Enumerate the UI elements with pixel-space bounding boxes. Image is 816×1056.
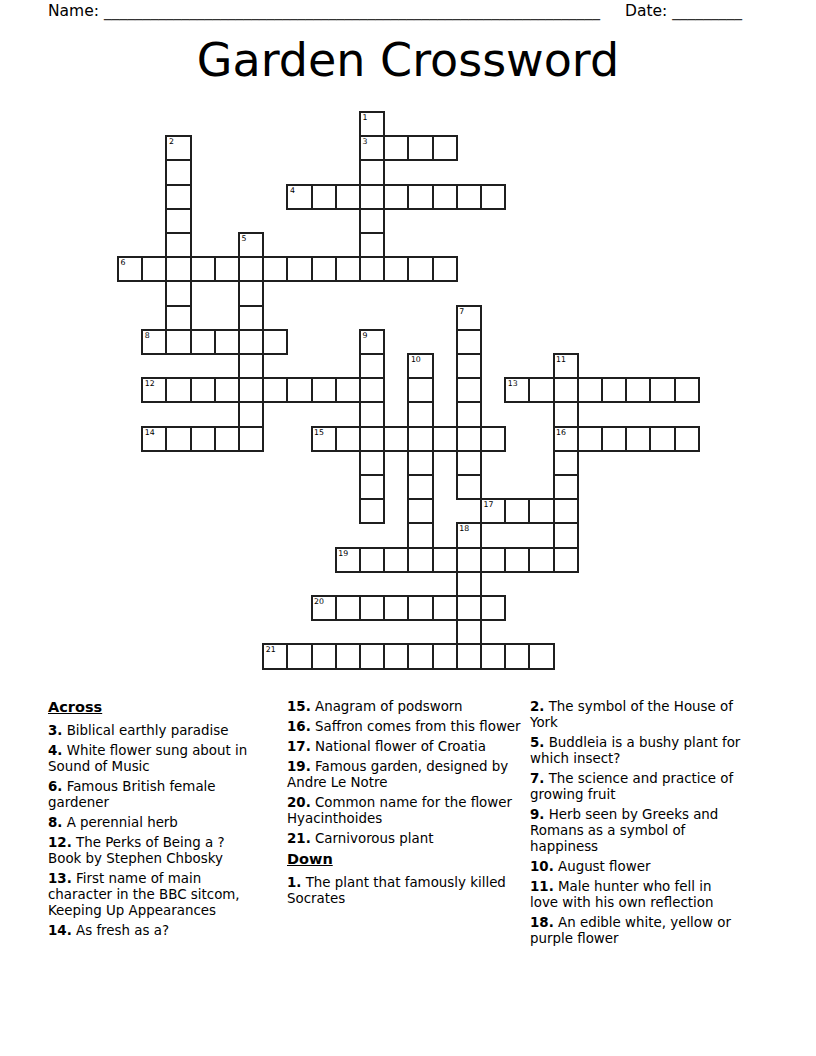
date-field: Date: _________ bbox=[625, 2, 742, 20]
grid-cell-r6c1[interactable] bbox=[141, 256, 167, 282]
grid-cell-r17c12[interactable] bbox=[407, 522, 433, 548]
cell-number: 5 bbox=[242, 234, 247, 243]
grid-cell-r22c15[interactable] bbox=[480, 643, 506, 669]
clue-4: 4. White flower sung about in Sound of M… bbox=[48, 743, 258, 775]
grid-cell-r13c20[interactable] bbox=[601, 426, 627, 452]
clue-number: 13. bbox=[48, 871, 72, 886]
grid-cell-r13c1[interactable]: 14 bbox=[141, 426, 167, 452]
grid-cell-r9c3[interactable] bbox=[190, 329, 216, 355]
clue-10: 10. August flower bbox=[530, 859, 742, 875]
grid-cell-r20c14[interactable] bbox=[456, 595, 482, 621]
clue-column-1: Across3. Biblical earthly paradise4. Whi… bbox=[48, 699, 258, 943]
grid-cell-r16c12[interactable] bbox=[407, 498, 433, 524]
grid-cell-r6c9[interactable] bbox=[335, 256, 361, 282]
grid-cell-r3c11[interactable] bbox=[383, 184, 409, 210]
cell-number: 21 bbox=[266, 645, 276, 654]
cell-number: 10 bbox=[411, 355, 421, 364]
clue-number: 11. bbox=[530, 879, 554, 894]
grid-cell-r6c8[interactable] bbox=[311, 256, 337, 282]
grid-cell-r1c13[interactable] bbox=[432, 135, 458, 161]
grid-cell-r10c14[interactable] bbox=[456, 353, 482, 379]
clue-21: 21. Carnivorous plant bbox=[287, 831, 523, 847]
grid-cell-r1c11[interactable] bbox=[383, 135, 409, 161]
grid-cell-r11c23[interactable] bbox=[674, 377, 700, 403]
cell-number: 17 bbox=[484, 500, 494, 509]
grid-cell-r11c4[interactable] bbox=[214, 377, 240, 403]
cell-number: 12 bbox=[145, 379, 155, 388]
grid-cell-r18c10[interactable] bbox=[359, 547, 385, 573]
clue-number: 2. bbox=[530, 699, 544, 714]
grid-cell-r8c14[interactable]: 7 bbox=[456, 305, 482, 331]
grid-cell-r6c11[interactable] bbox=[383, 256, 409, 282]
clue-14: 14. As fresh as a? bbox=[48, 923, 258, 939]
clue-2: 2. The symbol of the House of York bbox=[530, 699, 742, 731]
grid-cell-r16c17[interactable] bbox=[528, 498, 554, 524]
grid-cell-r12c14[interactable] bbox=[456, 401, 482, 427]
grid-cell-r2c10[interactable] bbox=[359, 159, 385, 185]
name-label: Name: bbox=[48, 2, 99, 20]
grid-cell-r18c11[interactable] bbox=[383, 547, 409, 573]
grid-cell-r16c15[interactable]: 17 bbox=[480, 498, 506, 524]
clue-5: 5. Buddleia is a bushy plant for which i… bbox=[530, 735, 742, 767]
clue-number: 9. bbox=[530, 807, 544, 822]
name-field: Name: __________________________________… bbox=[48, 2, 600, 20]
grid-cell-r22c13[interactable] bbox=[432, 643, 458, 669]
cell-number: 4 bbox=[290, 186, 295, 195]
clue-15: 15. Anagram of podsworn bbox=[287, 699, 523, 715]
grid-cell-r5c2[interactable] bbox=[165, 232, 191, 258]
clue-12: 12. The Perks of Being a ? Book by Steph… bbox=[48, 835, 258, 867]
grid-cell-r3c10[interactable] bbox=[359, 184, 385, 210]
clue-16: 16. Saffron comes from this flower bbox=[287, 719, 523, 735]
grid-cell-r13c4[interactable] bbox=[214, 426, 240, 452]
grid-cell-r1c10[interactable]: 3 bbox=[359, 135, 385, 161]
grid-cell-r6c13[interactable] bbox=[432, 256, 458, 282]
grid-cell-r22c14[interactable] bbox=[456, 643, 482, 669]
grid-cell-r4c10[interactable] bbox=[359, 208, 385, 234]
grid-cell-r9c5[interactable] bbox=[238, 329, 264, 355]
grid-cell-r18c12[interactable] bbox=[407, 547, 433, 573]
grid-cell-r20c12[interactable] bbox=[407, 595, 433, 621]
grid-cell-r20c15[interactable] bbox=[480, 595, 506, 621]
cell-number: 7 bbox=[459, 307, 464, 316]
grid-cell-r6c2[interactable] bbox=[165, 256, 191, 282]
cell-number: 15 bbox=[314, 428, 324, 437]
grid-cell-r13c8[interactable]: 15 bbox=[311, 426, 337, 452]
grid-cell-r11c12[interactable] bbox=[407, 377, 433, 403]
grid-cell-r12c10[interactable] bbox=[359, 401, 385, 427]
cell-number: 19 bbox=[338, 549, 348, 558]
clue-8: 8. A perennial herb bbox=[48, 815, 258, 831]
clue-7: 7. The science and practice of growing f… bbox=[530, 771, 742, 803]
grid-cell-r11c14[interactable] bbox=[456, 377, 482, 403]
grid-cell-r11c17[interactable] bbox=[528, 377, 554, 403]
grid-cell-r20c9[interactable] bbox=[335, 595, 361, 621]
grid-cell-r9c4[interactable] bbox=[214, 329, 240, 355]
clue-number: 16. bbox=[287, 719, 311, 734]
crossword-grid: 132456789101116121314151718192021 bbox=[117, 111, 700, 670]
grid-cell-r11c20[interactable] bbox=[601, 377, 627, 403]
grid-cell-r6c5[interactable] bbox=[238, 256, 264, 282]
cell-number: 14 bbox=[145, 428, 155, 437]
grid-cell-r6c4[interactable] bbox=[214, 256, 240, 282]
clue-number: 21. bbox=[287, 831, 311, 846]
grid-cell-r11c6[interactable] bbox=[262, 377, 288, 403]
date-fill-line[interactable]: _________ bbox=[672, 2, 742, 20]
grid-cell-r11c9[interactable] bbox=[335, 377, 361, 403]
grid-cell-r11c7[interactable] bbox=[286, 377, 312, 403]
grid-cell-r22c8[interactable] bbox=[311, 643, 337, 669]
cell-number: 6 bbox=[121, 258, 126, 267]
grid-cell-r11c2[interactable] bbox=[165, 377, 191, 403]
clue-number: 12. bbox=[48, 835, 72, 850]
grid-cell-r10c10[interactable] bbox=[359, 353, 385, 379]
clue-number: 17. bbox=[287, 739, 311, 754]
cell-number: 1 bbox=[363, 113, 368, 122]
grid-cell-r13c21[interactable] bbox=[625, 426, 651, 452]
grid-cell-r7c5[interactable] bbox=[238, 280, 264, 306]
clue-number: 5. bbox=[530, 735, 544, 750]
clue-number: 19. bbox=[287, 759, 311, 774]
date-label: Date: bbox=[625, 2, 667, 20]
clue-number: 4. bbox=[48, 743, 62, 758]
clue-number: 8. bbox=[48, 815, 62, 830]
clue-number: 1. bbox=[287, 875, 301, 890]
grid-cell-r3c15[interactable] bbox=[480, 184, 506, 210]
grid-cell-r0c10[interactable]: 1 bbox=[359, 111, 385, 137]
grid-cell-r9c1[interactable]: 8 bbox=[141, 329, 167, 355]
worksheet-page: Name: __________________________________… bbox=[0, 0, 816, 1056]
grid-cell-r12c12[interactable] bbox=[407, 401, 433, 427]
grid-cell-r6c0[interactable]: 6 bbox=[117, 256, 143, 282]
grid-cell-r15c12[interactable] bbox=[407, 474, 433, 500]
clue-6: 6. Famous British female gardener bbox=[48, 779, 258, 811]
grid-cell-r18c13[interactable] bbox=[432, 547, 458, 573]
clue-column-3: 2. The symbol of the House of York5. Bud… bbox=[530, 699, 742, 951]
grid-cell-r20c13[interactable] bbox=[432, 595, 458, 621]
clue-number: 10. bbox=[530, 859, 554, 874]
grid-cell-r11c5[interactable] bbox=[238, 377, 264, 403]
across-heading: Across bbox=[48, 699, 258, 716]
grid-cell-r11c16[interactable]: 13 bbox=[504, 377, 530, 403]
grid-cell-r13c12[interactable] bbox=[407, 426, 433, 452]
grid-cell-r14c14[interactable] bbox=[456, 450, 482, 476]
cell-number: 3 bbox=[363, 137, 368, 146]
grid-cell-r18c18[interactable] bbox=[553, 547, 579, 573]
grid-cell-r8c2[interactable] bbox=[165, 305, 191, 331]
grid-cell-r22c16[interactable] bbox=[504, 643, 530, 669]
grid-cell-r3c12[interactable] bbox=[407, 184, 433, 210]
cell-number: 11 bbox=[556, 355, 566, 364]
grid-cell-r8c5[interactable] bbox=[238, 305, 264, 331]
grid-cell-r22c17[interactable] bbox=[528, 643, 554, 669]
grid-cell-r20c10[interactable] bbox=[359, 595, 385, 621]
clue-19: 19. Famous garden, designed by Andre Le … bbox=[287, 759, 523, 791]
grid-cell-r12c18[interactable] bbox=[553, 401, 579, 427]
grid-cell-r11c8[interactable] bbox=[311, 377, 337, 403]
clue-number: 7. bbox=[530, 771, 544, 786]
grid-cell-r19c14[interactable] bbox=[456, 571, 482, 597]
grid-cell-r3c7[interactable]: 4 bbox=[286, 184, 312, 210]
clue-number: 3. bbox=[48, 723, 62, 738]
grid-cell-r3c8[interactable] bbox=[311, 184, 337, 210]
grid-cell-r15c14[interactable] bbox=[456, 474, 482, 500]
grid-cell-r18c15[interactable] bbox=[480, 547, 506, 573]
grid-cell-r1c12[interactable] bbox=[407, 135, 433, 161]
down-heading: Down bbox=[287, 851, 523, 868]
grid-cell-r11c3[interactable] bbox=[190, 377, 216, 403]
grid-cell-r2c2[interactable] bbox=[165, 159, 191, 185]
grid-cell-r18c14[interactable] bbox=[456, 547, 482, 573]
grid-cell-r22c11[interactable] bbox=[383, 643, 409, 669]
grid-cell-r18c9[interactable]: 19 bbox=[335, 547, 361, 573]
grid-cell-r16c10[interactable] bbox=[359, 498, 385, 524]
cell-number: 20 bbox=[314, 597, 324, 606]
grid-cell-r13c9[interactable] bbox=[335, 426, 361, 452]
grid-cell-r1c2[interactable]: 2 bbox=[165, 135, 191, 161]
grid-cell-r22c10[interactable] bbox=[359, 643, 385, 669]
clue-number: 18. bbox=[530, 915, 554, 930]
cell-number: 13 bbox=[508, 379, 518, 388]
grid-cell-r13c13[interactable] bbox=[432, 426, 458, 452]
clue-column-2: 15. Anagram of podsworn16. Saffron comes… bbox=[287, 699, 523, 911]
grid-cell-r6c10[interactable] bbox=[359, 256, 385, 282]
name-fill-line[interactable]: ________________________________________… bbox=[104, 2, 600, 20]
grid-cell-r7c2[interactable] bbox=[165, 280, 191, 306]
grid-cell-r14c10[interactable] bbox=[359, 450, 385, 476]
grid-cell-r3c14[interactable] bbox=[456, 184, 482, 210]
clue-20: 20. Common name for the flower Hyacintho… bbox=[287, 795, 523, 827]
grid-cell-r21c14[interactable] bbox=[456, 619, 482, 645]
grid-cell-r3c2[interactable] bbox=[165, 184, 191, 210]
grid-cell-r17c14[interactable]: 18 bbox=[456, 522, 482, 548]
grid-cell-r13c19[interactable] bbox=[577, 426, 603, 452]
grid-cell-r9c6[interactable] bbox=[262, 329, 288, 355]
grid-cell-r15c18[interactable] bbox=[553, 474, 579, 500]
clue-number: 20. bbox=[287, 795, 311, 810]
grid-cell-r11c10[interactable] bbox=[359, 377, 385, 403]
grid-cell-r13c5[interactable] bbox=[238, 426, 264, 452]
grid-cell-r5c5[interactable]: 5 bbox=[238, 232, 264, 258]
grid-cell-r13c22[interactable] bbox=[649, 426, 675, 452]
grid-cell-r6c12[interactable] bbox=[407, 256, 433, 282]
grid-cell-r9c14[interactable] bbox=[456, 329, 482, 355]
grid-cell-r11c19[interactable] bbox=[577, 377, 603, 403]
grid-cell-r3c13[interactable] bbox=[432, 184, 458, 210]
grid-cell-r10c5[interactable] bbox=[238, 353, 264, 379]
grid-cell-r18c16[interactable] bbox=[504, 547, 530, 573]
grid-cell-r3c9[interactable] bbox=[335, 184, 361, 210]
grid-cell-r11c22[interactable] bbox=[649, 377, 675, 403]
grid-cell-r22c7[interactable] bbox=[286, 643, 312, 669]
grid-cell-r10c18[interactable]: 11 bbox=[553, 353, 579, 379]
grid-cell-r18c17[interactable] bbox=[528, 547, 554, 573]
clue-number: 14. bbox=[48, 923, 72, 938]
page-title: Garden Crossword bbox=[0, 33, 816, 87]
grid-cell-r13c11[interactable] bbox=[383, 426, 409, 452]
grid-cell-r22c6[interactable]: 21 bbox=[262, 643, 288, 669]
grid-cell-r11c18[interactable] bbox=[553, 377, 579, 403]
cell-number: 16 bbox=[556, 428, 566, 437]
grid-cell-r13c10[interactable] bbox=[359, 426, 385, 452]
grid-cell-r4c2[interactable] bbox=[165, 208, 191, 234]
grid-cell-r16c18[interactable] bbox=[553, 498, 579, 524]
grid-cell-r14c12[interactable] bbox=[407, 450, 433, 476]
cell-number: 8 bbox=[145, 331, 150, 340]
grid-cell-r15c10[interactable] bbox=[359, 474, 385, 500]
clue-17: 17. National flower of Croatia bbox=[287, 739, 523, 755]
clue-18: 18. An edible white, yellow or purple fl… bbox=[530, 915, 742, 947]
grid-cell-r10c12[interactable]: 10 bbox=[407, 353, 433, 379]
grid-cell-r13c15[interactable] bbox=[480, 426, 506, 452]
cell-number: 9 bbox=[363, 331, 368, 340]
grid-cell-r5c10[interactable] bbox=[359, 232, 385, 258]
grid-cell-r13c2[interactable] bbox=[165, 426, 191, 452]
grid-cell-r16c16[interactable] bbox=[504, 498, 530, 524]
grid-cell-r9c2[interactable] bbox=[165, 329, 191, 355]
grid-cell-r13c14[interactable] bbox=[456, 426, 482, 452]
clue-3: 3. Biblical earthly paradise bbox=[48, 723, 258, 739]
grid-cell-r11c21[interactable] bbox=[625, 377, 651, 403]
cell-number: 18 bbox=[459, 524, 469, 533]
grid-cell-r6c7[interactable] bbox=[286, 256, 312, 282]
grid-cell-r13c18[interactable]: 16 bbox=[553, 426, 579, 452]
clue-number: 6. bbox=[48, 779, 62, 794]
clue-number: 15. bbox=[287, 699, 311, 714]
grid-cell-r17c18[interactable] bbox=[553, 522, 579, 548]
grid-cell-r22c9[interactable] bbox=[335, 643, 361, 669]
clue-11: 11. Male hunter who fell in love with hi… bbox=[530, 879, 742, 911]
grid-cell-r13c23[interactable] bbox=[674, 426, 700, 452]
grid-cell-r22c12[interactable] bbox=[407, 643, 433, 669]
clue-1: 1. The plant that famously killed Socrat… bbox=[287, 875, 523, 907]
cell-number: 2 bbox=[169, 137, 174, 146]
grid-cell-r11c1[interactable]: 12 bbox=[141, 377, 167, 403]
grid-cell-r9c10[interactable]: 9 bbox=[359, 329, 385, 355]
clue-9: 9. Herb seen by Greeks and Romans as a s… bbox=[530, 807, 742, 855]
clue-13: 13. First name of main character in the … bbox=[48, 871, 258, 919]
grid-cell-r13c3[interactable] bbox=[190, 426, 216, 452]
grid-cell-r20c8[interactable]: 20 bbox=[311, 595, 337, 621]
grid-cell-r12c5[interactable] bbox=[238, 401, 264, 427]
grid-cell-r6c3[interactable] bbox=[190, 256, 216, 282]
grid-cell-r6c6[interactable] bbox=[262, 256, 288, 282]
grid-cell-r14c18[interactable] bbox=[553, 450, 579, 476]
grid-cell-r20c11[interactable] bbox=[383, 595, 409, 621]
